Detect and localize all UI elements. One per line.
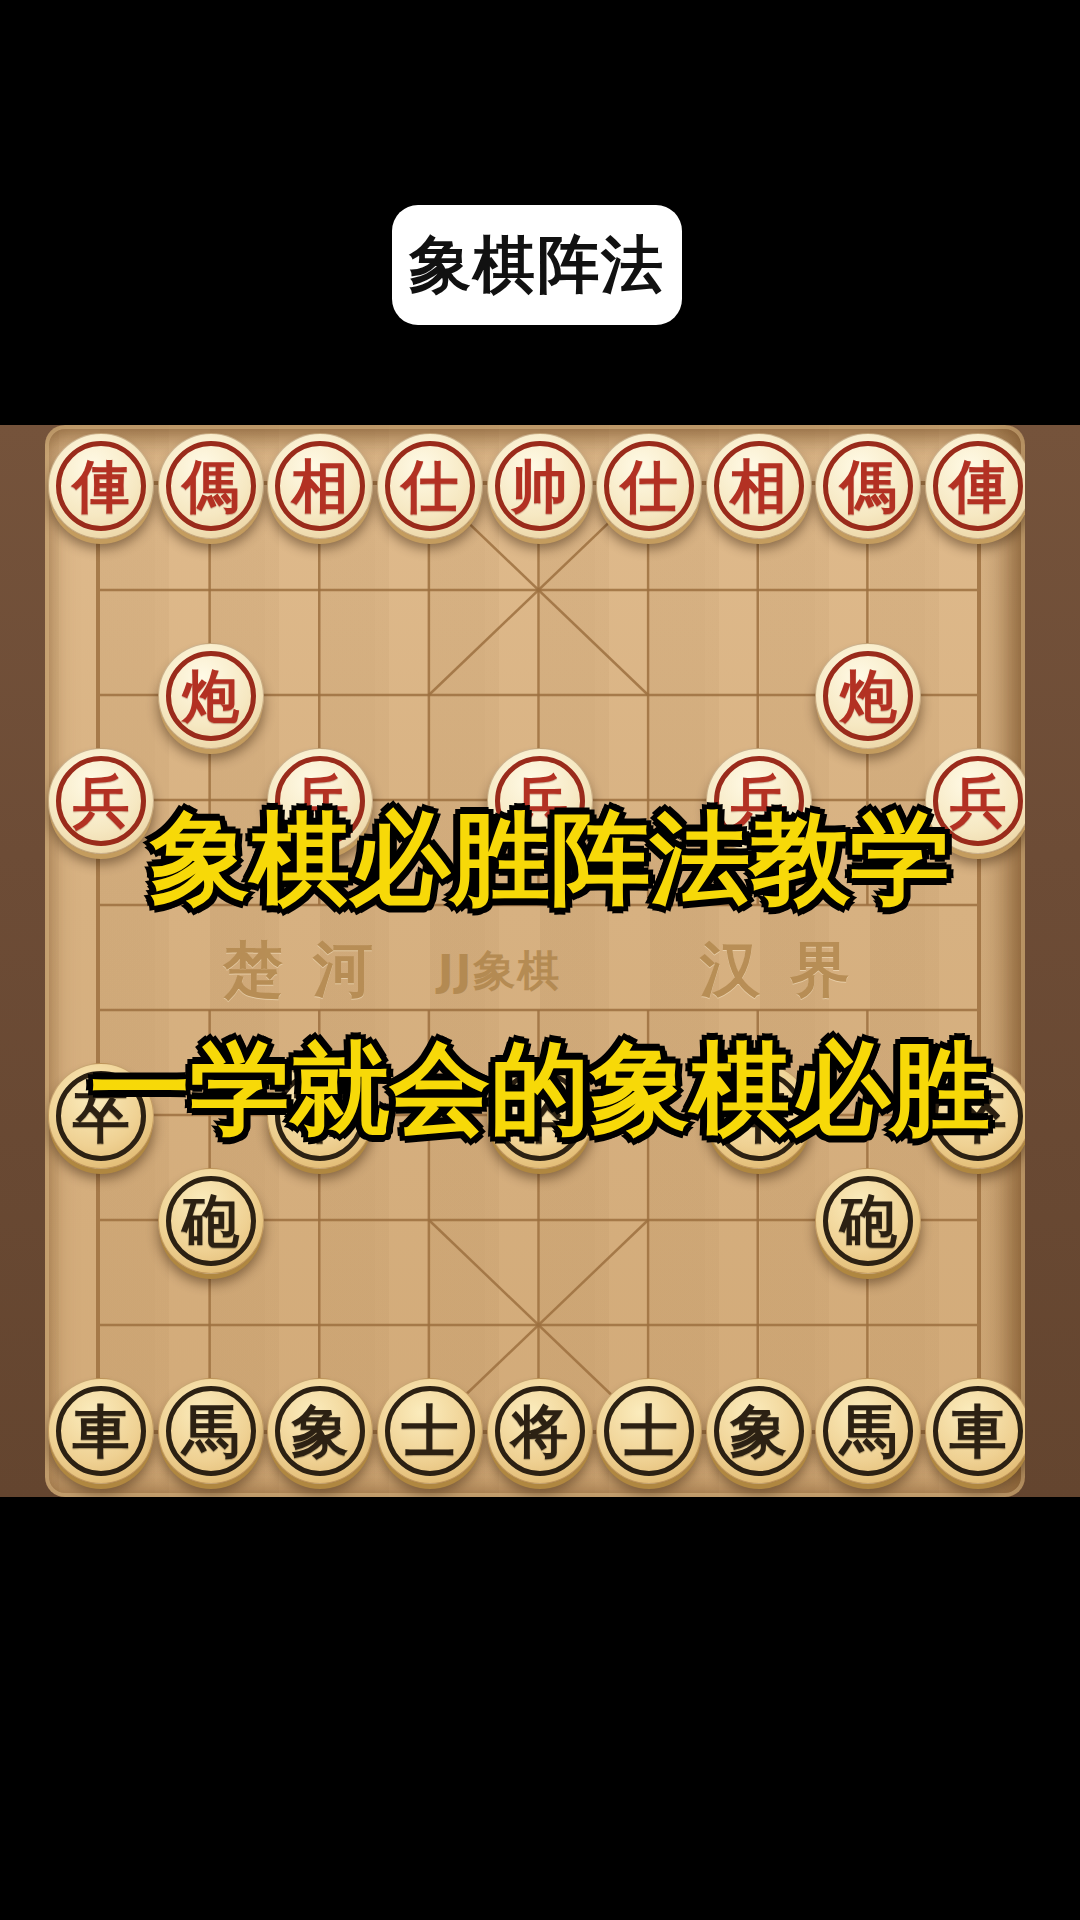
piece-black-車[interactable]: 車 <box>925 1378 1025 1484</box>
piece-character: 士 <box>621 1403 678 1460</box>
piece-black-砲[interactable]: 砲 <box>815 1168 921 1274</box>
piece-red-炮[interactable]: 炮 <box>815 643 921 749</box>
piece-character: 帅 <box>511 458 568 515</box>
piece-black-象[interactable]: 象 <box>706 1378 812 1484</box>
piece-red-傌[interactable]: 傌 <box>158 433 264 539</box>
video-frame: 象棋阵法 楚河 JJ象棋 汉界 俥傌相仕帅仕相傌俥炮炮兵兵兵兵兵卒卒卒卒卒砲砲車… <box>0 0 1080 1920</box>
piece-red-炮[interactable]: 炮 <box>158 643 264 749</box>
piece-character: 仕 <box>401 458 458 515</box>
piece-red-相[interactable]: 相 <box>267 433 373 539</box>
piece-black-車[interactable]: 車 <box>48 1378 154 1484</box>
river-watermark-jj-xiangqi: JJ象棋 <box>438 943 561 999</box>
river-label-chu-he: 楚河 <box>223 930 403 1011</box>
piece-black-象[interactable]: 象 <box>267 1378 373 1484</box>
piece-red-仕[interactable]: 仕 <box>596 433 702 539</box>
piece-red-相[interactable]: 相 <box>706 433 812 539</box>
piece-character: 炮 <box>840 668 897 725</box>
overlay-caption-line1: 象棋必胜阵法教学 <box>10 793 1080 928</box>
piece-red-俥[interactable]: 俥 <box>48 433 154 539</box>
piece-character: 象 <box>730 1403 787 1460</box>
piece-character: 象 <box>292 1403 349 1460</box>
board-background: 楚河 JJ象棋 汉界 俥傌相仕帅仕相傌俥炮炮兵兵兵兵兵卒卒卒卒卒砲砲車馬象士将士… <box>0 425 1080 1497</box>
piece-character: 士 <box>401 1403 458 1460</box>
piece-character: 将 <box>511 1403 568 1460</box>
overlay-caption-line2: 一学就会的象棋必胜 <box>0 1023 1080 1158</box>
piece-character: 車 <box>950 1403 1007 1460</box>
piece-red-俥[interactable]: 俥 <box>925 433 1025 539</box>
piece-character: 車 <box>73 1403 130 1460</box>
piece-character: 馬 <box>182 1403 239 1460</box>
piece-character: 馬 <box>840 1403 897 1460</box>
piece-character: 傌 <box>840 458 897 515</box>
river-label-han-jie: 汉界 <box>700 930 880 1011</box>
piece-character: 砲 <box>840 1193 897 1250</box>
piece-character: 傌 <box>182 458 239 515</box>
piece-black-馬[interactable]: 馬 <box>815 1378 921 1484</box>
title-text: 象棋阵法 <box>409 223 665 307</box>
piece-black-士[interactable]: 士 <box>596 1378 702 1484</box>
piece-character: 砲 <box>182 1193 239 1250</box>
piece-character: 相 <box>292 458 349 515</box>
piece-character: 仕 <box>621 458 678 515</box>
piece-character: 炮 <box>182 668 239 725</box>
piece-character: 相 <box>730 458 787 515</box>
piece-black-将[interactable]: 将 <box>487 1378 593 1484</box>
piece-character: 俥 <box>73 458 130 515</box>
piece-character: 俥 <box>950 458 1007 515</box>
piece-red-傌[interactable]: 傌 <box>815 433 921 539</box>
piece-red-仕[interactable]: 仕 <box>377 433 483 539</box>
piece-black-砲[interactable]: 砲 <box>158 1168 264 1274</box>
piece-red-帅[interactable]: 帅 <box>487 433 593 539</box>
piece-black-士[interactable]: 士 <box>377 1378 483 1484</box>
piece-black-馬[interactable]: 馬 <box>158 1378 264 1484</box>
xiangqi-board[interactable]: 楚河 JJ象棋 汉界 俥傌相仕帅仕相傌俥炮炮兵兵兵兵兵卒卒卒卒卒砲砲車馬象士将士… <box>45 425 1025 1497</box>
title-banner: 象棋阵法 <box>392 205 682 325</box>
